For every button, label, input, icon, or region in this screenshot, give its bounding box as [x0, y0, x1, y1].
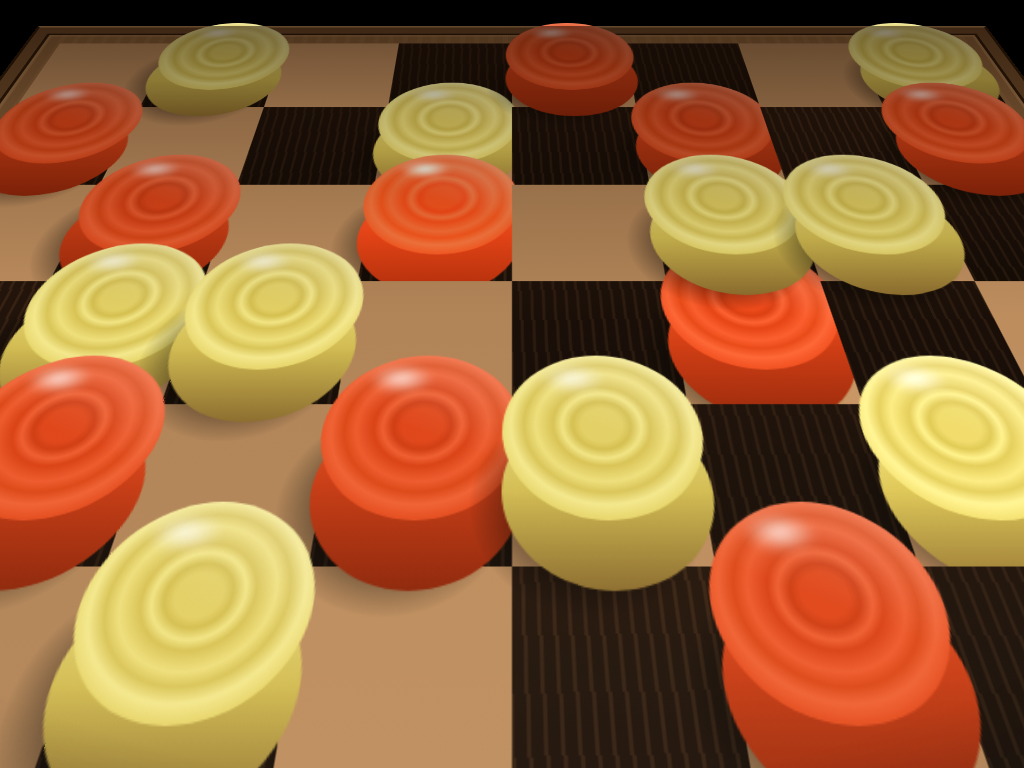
- square-r3-c4[interactable]: ⛂: [358, 185, 512, 281]
- square-r5-c5[interactable]: ⛀: [512, 404, 716, 566]
- board-3d-wrapper: ⛀⛂⛀⛂⛀⛂⛂⛂⛂⛀⛀⛀⛀⛂⛂⛂⛀⛀⛀⛂: [38, 26, 986, 768]
- red-checker[interactable]: ⛂: [348, 180, 520, 287]
- square-r1-c2[interactable]: ⛀: [140, 43, 286, 107]
- checkers-photo-scene: ⛀⛂⛀⛂⛀⛂⛂⛂⛂⛀⛀⛀⛀⛂⛂⛂⛀⛀⛀⛂: [0, 0, 1024, 768]
- board-grid: ⛀⛂⛀⛂⛀⛂⛂⛂⛂⛀⛀⛀⛀⛂⛂⛂⛀⛀⛀⛂: [0, 43, 1024, 768]
- board-plane: ⛀⛂⛀⛂⛀⛂⛂⛂⛂⛀⛀⛀⛀⛂⛂⛂⛀⛀⛀⛂: [0, 26, 1024, 768]
- square-r4-c3[interactable]: ⛀: [161, 281, 358, 404]
- square-r1-c5[interactable]: ⛂: [512, 43, 636, 107]
- yellow-checker[interactable]: ⛀: [501, 397, 729, 577]
- red-checker[interactable]: ⛂: [505, 40, 643, 111]
